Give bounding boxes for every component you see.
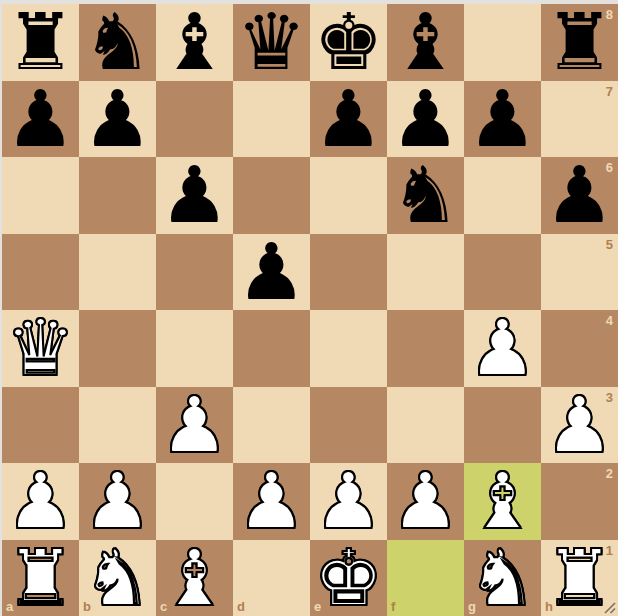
square-a4[interactable]: ♛ (2, 310, 79, 387)
square-f2[interactable]: ♟ (387, 463, 464, 540)
square-g5[interactable] (464, 234, 541, 311)
file-label-f: f (391, 600, 395, 613)
square-h8[interactable]: ♜8 (541, 4, 618, 81)
square-b1[interactable]: ♞b (79, 540, 156, 616)
white-knight[interactable]: ♞ (83, 539, 153, 616)
square-h5[interactable]: 5 (541, 234, 618, 311)
white-pawn[interactable]: ♟ (391, 462, 461, 540)
square-a1[interactable]: ♜a (2, 540, 79, 616)
square-f3[interactable] (387, 387, 464, 464)
square-g3[interactable] (464, 387, 541, 464)
square-e8[interactable]: ♚ (310, 4, 387, 81)
square-e2[interactable]: ♟ (310, 463, 387, 540)
white-bishop[interactable]: ♝ (160, 539, 230, 616)
rank-label-2: 2 (606, 467, 613, 480)
square-e1[interactable]: ♚e (310, 540, 387, 616)
square-f6[interactable]: ♞ (387, 157, 464, 234)
square-a3[interactable] (2, 387, 79, 464)
square-c7[interactable] (156, 81, 233, 158)
black-pawn[interactable]: ♟ (545, 156, 615, 234)
black-bishop[interactable]: ♝ (160, 3, 230, 81)
square-f1[interactable]: f (387, 540, 464, 616)
white-rook[interactable]: ♜ (6, 539, 76, 616)
square-b2[interactable]: ♟ (79, 463, 156, 540)
white-pawn[interactable]: ♟ (468, 309, 538, 387)
square-d6[interactable] (233, 157, 310, 234)
square-h3[interactable]: ♟3 (541, 387, 618, 464)
square-f7[interactable]: ♟ (387, 81, 464, 158)
square-a5[interactable] (2, 234, 79, 311)
square-a7[interactable]: ♟ (2, 81, 79, 158)
black-knight[interactable]: ♞ (83, 3, 153, 81)
square-f5[interactable] (387, 234, 464, 311)
square-c6[interactable]: ♟ (156, 157, 233, 234)
black-pawn[interactable]: ♟ (83, 80, 153, 158)
square-c8[interactable]: ♝ (156, 4, 233, 81)
black-knight[interactable]: ♞ (391, 156, 461, 234)
black-pawn[interactable]: ♟ (237, 233, 307, 311)
square-b4[interactable] (79, 310, 156, 387)
square-d5[interactable]: ♟ (233, 234, 310, 311)
square-d3[interactable] (233, 387, 310, 464)
rank-label-5: 5 (606, 238, 613, 251)
square-e5[interactable] (310, 234, 387, 311)
square-b6[interactable] (79, 157, 156, 234)
file-label-d: d (237, 600, 245, 613)
square-e7[interactable]: ♟ (310, 81, 387, 158)
square-f4[interactable] (387, 310, 464, 387)
square-e3[interactable] (310, 387, 387, 464)
black-pawn[interactable]: ♟ (391, 80, 461, 158)
resize-handle-icon[interactable] (602, 600, 617, 615)
white-king[interactable]: ♚ (314, 539, 384, 616)
square-c5[interactable] (156, 234, 233, 311)
square-c1[interactable]: ♝c (156, 540, 233, 616)
square-h4[interactable]: 4 (541, 310, 618, 387)
square-b5[interactable] (79, 234, 156, 311)
black-rook[interactable]: ♜ (545, 3, 615, 81)
square-a6[interactable] (2, 157, 79, 234)
black-pawn[interactable]: ♟ (6, 80, 76, 158)
square-g6[interactable] (464, 157, 541, 234)
square-g2[interactable]: ♝ (464, 463, 541, 540)
chess-board: ♜♞♝♛♚♝♜8♟♟♟♟♟7♟♞♟6♟5♛♟4♟♟3♟♟♟♟♟♝2♜a♞b♝cd… (2, 4, 618, 616)
square-d1[interactable]: d (233, 540, 310, 616)
black-rook[interactable]: ♜ (6, 3, 76, 81)
black-bishop[interactable]: ♝ (391, 3, 461, 81)
square-g1[interactable]: ♞g (464, 540, 541, 616)
white-pawn[interactable]: ♟ (6, 462, 76, 540)
square-h7[interactable]: 7 (541, 81, 618, 158)
square-g7[interactable]: ♟ (464, 81, 541, 158)
white-pawn[interactable]: ♟ (314, 462, 384, 540)
square-a8[interactable]: ♜ (2, 4, 79, 81)
square-c2[interactable] (156, 463, 233, 540)
square-e4[interactable] (310, 310, 387, 387)
square-d8[interactable]: ♛ (233, 4, 310, 81)
white-pawn[interactable]: ♟ (160, 386, 230, 464)
square-b7[interactable]: ♟ (79, 81, 156, 158)
rank-label-7: 7 (606, 85, 613, 98)
square-h2[interactable]: 2 (541, 463, 618, 540)
white-pawn[interactable]: ♟ (83, 462, 153, 540)
square-c3[interactable]: ♟ (156, 387, 233, 464)
square-b3[interactable] (79, 387, 156, 464)
white-bishop[interactable]: ♝ (468, 462, 538, 540)
square-f8[interactable]: ♝ (387, 4, 464, 81)
black-queen[interactable]: ♛ (237, 3, 307, 81)
white-knight[interactable]: ♞ (468, 539, 538, 616)
square-b8[interactable]: ♞ (79, 4, 156, 81)
white-queen[interactable]: ♛ (6, 309, 76, 387)
square-g4[interactable]: ♟ (464, 310, 541, 387)
white-pawn[interactable]: ♟ (545, 386, 615, 464)
white-pawn[interactable]: ♟ (237, 462, 307, 540)
page: { "game": "chess", "position": { "fen": … (0, 0, 618, 616)
square-g8[interactable] (464, 4, 541, 81)
black-king[interactable]: ♚ (314, 3, 384, 81)
black-pawn[interactable]: ♟ (314, 80, 384, 158)
black-pawn[interactable]: ♟ (160, 156, 230, 234)
black-pawn[interactable]: ♟ (468, 80, 538, 158)
square-d7[interactable] (233, 81, 310, 158)
rank-label-4: 4 (606, 314, 613, 327)
square-c4[interactable] (156, 310, 233, 387)
square-a2[interactable]: ♟ (2, 463, 79, 540)
square-d4[interactable] (233, 310, 310, 387)
square-d2[interactable]: ♟ (233, 463, 310, 540)
square-h6[interactable]: ♟6 (541, 157, 618, 234)
square-e6[interactable] (310, 157, 387, 234)
